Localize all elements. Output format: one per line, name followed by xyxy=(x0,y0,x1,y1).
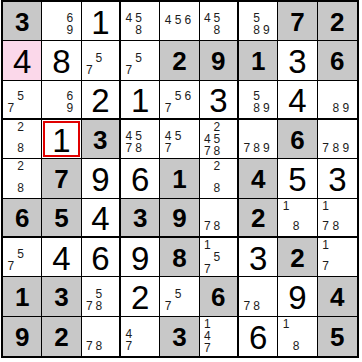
given-digit: 2 xyxy=(172,48,186,74)
cell-r2c9[interactable]: 6 xyxy=(318,41,357,80)
candidate-digit: 4 xyxy=(163,14,173,26)
candidate-digit: 8 xyxy=(134,142,144,154)
given-digit: 7 xyxy=(54,166,68,192)
candidate-digit: 7 xyxy=(163,102,173,114)
entered-digit: 9 xyxy=(131,242,149,275)
given-digit: 9 xyxy=(15,324,29,350)
cell-r8c2[interactable]: 3 xyxy=(42,277,81,316)
entered-digit: 4 xyxy=(91,202,109,235)
cell-r8c8[interactable]: 9 xyxy=(278,277,317,316)
entered-digit: 2 xyxy=(91,84,109,117)
cell-r5c8[interactable]: 5 xyxy=(278,159,317,198)
cell-r1c9[interactable]: 2 xyxy=(318,2,357,41)
entered-digit: 1 xyxy=(52,124,70,157)
cell-r2c7[interactable]: 1 xyxy=(239,41,278,80)
candidate-digit: 5 xyxy=(134,52,144,64)
cell-r1c5[interactable]: 456 xyxy=(160,2,199,41)
cell-r2c8[interactable]: 3 xyxy=(278,41,317,80)
cell-r3c2[interactable]: 69 xyxy=(42,81,81,120)
candidate-grid: 18 xyxy=(278,199,316,236)
cell-r9c7[interactable]: 6 xyxy=(239,317,278,356)
entered-digit: 2 xyxy=(131,281,149,314)
cell-r3c3[interactable]: 2 xyxy=(82,81,121,120)
candidate-grid: 57 xyxy=(160,277,198,315)
candidate-digit: 9 xyxy=(65,102,75,114)
candidate-grid: 456 xyxy=(160,2,198,40)
given-digit: 2 xyxy=(330,9,344,35)
candidate-grid: 457 xyxy=(160,120,198,158)
candidate-grid: 57 xyxy=(3,81,41,118)
entered-digit: 1 xyxy=(91,6,109,39)
entered-digit: 3 xyxy=(328,163,346,196)
candidate-digit: 8 xyxy=(331,142,341,154)
candidate-digit: 8 xyxy=(94,340,103,352)
cell-r3c6[interactable]: 3 xyxy=(200,81,239,120)
candidate-grid: 458 xyxy=(121,2,159,40)
candidate-digit: 5 xyxy=(173,288,183,300)
entered-digit: 6 xyxy=(91,242,109,275)
candidate-grid: 28 xyxy=(3,159,41,197)
candidate-digit: 7 xyxy=(163,300,173,312)
candidate-digit: 8 xyxy=(252,102,262,114)
candidate-grid: 69 xyxy=(42,81,80,118)
candidate-digit: 9 xyxy=(262,24,272,36)
candidate-digit: 6 xyxy=(183,14,193,26)
candidate-digit: 7 xyxy=(85,340,94,352)
given-digit: 4 xyxy=(251,166,265,192)
candidate-digit: 7 xyxy=(321,220,331,232)
candidate-grid: 589 xyxy=(239,2,277,40)
candidate-digit: 8 xyxy=(252,142,262,154)
candidate-grid: 28 xyxy=(200,159,237,197)
cell-r9c1[interactable]: 9 xyxy=(3,317,42,356)
candidate-digit: 8 xyxy=(252,300,262,312)
given-digit: 8 xyxy=(172,245,186,271)
cell-r9c5[interactable]: 3 xyxy=(160,317,199,356)
candidate-digit: 7 xyxy=(242,300,252,312)
cell-r4c2[interactable]: 1 xyxy=(42,120,81,159)
given-digit: 5 xyxy=(330,324,344,350)
candidate-digit: 5 xyxy=(173,130,183,142)
cell-r6c4[interactable]: 3 xyxy=(121,199,160,238)
candidate-digit: 5 xyxy=(173,90,183,102)
sudoku-board: 3691458456458589724857572913657692156735… xyxy=(1,0,359,358)
candidate-digit: 4 xyxy=(124,12,134,24)
candidate-digit: 1 xyxy=(321,239,331,251)
cell-r5c9[interactable]: 3 xyxy=(318,159,357,198)
candidate-digit: 8 xyxy=(16,182,26,194)
cell-r1c8[interactable]: 7 xyxy=(278,2,317,41)
cell-r5c2[interactable]: 7 xyxy=(42,159,81,198)
given-digit: 6 xyxy=(211,284,225,310)
given-digit: 3 xyxy=(133,205,147,231)
candidate-digit: 8 xyxy=(212,220,221,232)
candidate-grid: 24578 xyxy=(200,120,237,158)
cell-r2c4[interactable]: 57 xyxy=(121,41,160,80)
candidate-grid: 589 xyxy=(239,81,277,118)
candidate-grid: 57 xyxy=(121,41,159,79)
candidate-digit: 8 xyxy=(252,24,262,36)
candidate-digit: 7 xyxy=(124,142,134,154)
candidate-digit: 8 xyxy=(212,145,221,157)
candidate-digit: 9 xyxy=(262,102,272,114)
cell-r8c7[interactable]: 78 xyxy=(239,277,278,316)
candidate-grid: 89 xyxy=(318,81,357,118)
candidate-digit: 9 xyxy=(341,102,351,114)
cell-r7c6[interactable]: 157 xyxy=(200,238,239,277)
entered-digit: 5 xyxy=(288,163,306,196)
cell-r7c8[interactable]: 2 xyxy=(278,238,317,277)
cell-r9c6[interactable]: 147 xyxy=(200,317,239,356)
cell-r4c5[interactable]: 457 xyxy=(160,120,199,159)
cell-r3c4[interactable]: 1 xyxy=(121,81,160,120)
cell-r6c1[interactable]: 6 xyxy=(3,199,42,238)
candidate-digit: 5 xyxy=(94,52,103,64)
candidate-digit: 9 xyxy=(65,24,75,36)
given-digit: 5 xyxy=(54,205,68,231)
cell-r2c5[interactable]: 2 xyxy=(160,41,199,80)
given-digit: 6 xyxy=(330,48,344,74)
cell-r9c3[interactable]: 78 xyxy=(82,317,121,356)
candidate-digit: 2 xyxy=(16,160,26,172)
cell-r8c9[interactable]: 4 xyxy=(318,277,357,316)
cell-r1c2[interactable]: 69 xyxy=(42,2,81,41)
candidate-digit: 7 xyxy=(321,142,331,154)
candidate-digit: 7 xyxy=(124,64,134,76)
entered-digit: 3 xyxy=(288,45,306,78)
cell-r1c7[interactable]: 589 xyxy=(239,2,278,41)
cell-r5c3[interactable]: 9 xyxy=(82,159,121,198)
candidate-digit: 8 xyxy=(134,24,144,36)
candidate-digit: 1 xyxy=(321,200,331,212)
cell-r6c9[interactable]: 178 xyxy=(318,199,357,238)
candidate-grid: 28 xyxy=(3,120,41,158)
cell-r4c8[interactable]: 6 xyxy=(278,120,317,159)
entered-digit: 6 xyxy=(249,321,267,354)
candidate-digit: 7 xyxy=(242,142,252,154)
given-digit: 6 xyxy=(290,127,304,153)
cell-r8c4[interactable]: 2 xyxy=(121,277,160,316)
given-digit: 2 xyxy=(290,245,304,271)
cell-r1c3[interactable]: 1 xyxy=(82,2,121,41)
cell-r8c3[interactable]: 578 xyxy=(82,277,121,316)
given-digit: 3 xyxy=(54,284,68,310)
entered-digit: 9 xyxy=(288,281,306,314)
candidate-digit: 5 xyxy=(94,288,103,300)
candidate-digit: 8 xyxy=(16,142,26,154)
cell-r6c3[interactable]: 4 xyxy=(82,199,121,238)
candidate-digit: 2 xyxy=(16,121,26,133)
cell-r5c4[interactable]: 6 xyxy=(121,159,160,198)
cell-r8c6[interactable]: 6 xyxy=(200,277,239,316)
candidate-grid: 57 xyxy=(3,238,41,276)
cell-r7c9[interactable]: 17 xyxy=(318,238,357,277)
candidate-digit: 1 xyxy=(203,318,212,330)
given-digit: 1 xyxy=(15,284,29,310)
candidate-grid: 78 xyxy=(239,277,277,315)
candidate-digit: 7 xyxy=(6,102,16,114)
cell-r4c4[interactable]: 4578 xyxy=(121,120,160,159)
candidate-grid: 78 xyxy=(200,199,237,236)
cell-r2c3[interactable]: 57 xyxy=(82,41,121,80)
cell-r7c1[interactable]: 57 xyxy=(3,238,42,277)
cell-r9c8[interactable]: 18 xyxy=(278,317,317,356)
candidate-grid: 157 xyxy=(200,238,237,276)
cell-r8c1[interactable]: 1 xyxy=(3,277,42,316)
given-digit: 3 xyxy=(15,9,29,35)
candidate-grid: 47 xyxy=(121,317,159,356)
candidate-digit: 8 xyxy=(331,220,341,232)
candidate-digit: 7 xyxy=(163,142,173,154)
cell-r5c1[interactable]: 28 xyxy=(3,159,42,198)
candidate-digit: 5 xyxy=(212,251,221,263)
cell-r6c2[interactable]: 5 xyxy=(42,199,81,238)
cell-r3c9[interactable]: 89 xyxy=(318,81,357,120)
cell-r2c6[interactable]: 9 xyxy=(200,41,239,80)
candidate-digit: 7 xyxy=(203,263,212,275)
given-digit: 4 xyxy=(330,284,344,310)
cell-r7c4[interactable]: 9 xyxy=(121,238,160,277)
given-digit: 9 xyxy=(172,205,186,231)
cell-r1c1[interactable]: 3 xyxy=(3,2,42,41)
cell-r5c5[interactable]: 1 xyxy=(160,159,199,198)
cell-r9c9[interactable]: 5 xyxy=(318,317,357,356)
cell-r4c6[interactable]: 24578 xyxy=(200,120,239,159)
candidate-digit: 5 xyxy=(173,14,183,26)
candidate-grid: 69 xyxy=(42,2,80,40)
candidate-grid: 4578 xyxy=(121,120,159,158)
cell-r3c5[interactable]: 567 xyxy=(160,81,199,120)
entered-digit: 4 xyxy=(13,45,31,78)
given-digit: 2 xyxy=(251,205,265,231)
cell-r7c5[interactable]: 8 xyxy=(160,238,199,277)
candidate-digit: 6 xyxy=(183,90,193,102)
entered-digit: 4 xyxy=(288,84,306,117)
candidate-digit: 1 xyxy=(203,239,212,251)
candidate-digit: 7 xyxy=(203,220,212,232)
candidate-grid: 789 xyxy=(318,120,357,158)
candidate-digit: 5 xyxy=(16,90,26,102)
given-digit: 2 xyxy=(54,324,68,350)
cell-r5c7[interactable]: 4 xyxy=(239,159,278,198)
entered-digit: 4 xyxy=(52,242,70,275)
candidate-digit: 4 xyxy=(203,12,212,24)
candidate-grid: 17 xyxy=(318,238,357,276)
candidate-grid: 18 xyxy=(278,317,316,356)
candidate-digit: 7 xyxy=(85,300,94,312)
candidate-grid: 78 xyxy=(82,317,119,356)
cell-r7c3[interactable]: 6 xyxy=(82,238,121,277)
cell-r7c7[interactable]: 3 xyxy=(239,238,278,277)
candidate-digit: 8 xyxy=(291,220,301,232)
cell-r1c6[interactable]: 458 xyxy=(200,2,239,41)
candidate-digit: 1 xyxy=(281,318,291,330)
cell-r4c3[interactable]: 3 xyxy=(82,120,121,159)
entered-digit: 1 xyxy=(131,84,149,117)
candidate-grid: 567 xyxy=(160,81,198,118)
candidate-digit: 7 xyxy=(85,64,94,76)
cell-r9c4[interactable]: 47 xyxy=(121,317,160,356)
entered-digit: 8 xyxy=(52,45,70,78)
candidate-digit: 5 xyxy=(16,248,26,260)
candidate-digit: 8 xyxy=(212,24,221,36)
cell-r6c7[interactable]: 2 xyxy=(239,199,278,238)
cell-r2c2[interactable]: 8 xyxy=(42,41,81,80)
cell-r6c5[interactable]: 9 xyxy=(160,199,199,238)
given-digit: 3 xyxy=(93,127,107,153)
candidate-digit: 9 xyxy=(341,142,351,154)
candidate-digit: 7 xyxy=(203,342,212,354)
candidate-grid: 57 xyxy=(82,41,119,79)
cell-r6c6[interactable]: 78 xyxy=(200,199,239,238)
candidate-digit: 7 xyxy=(321,260,331,272)
candidate-digit: 8 xyxy=(94,300,103,312)
given-digit: 6 xyxy=(15,205,29,231)
cell-r3c1[interactable]: 57 xyxy=(3,81,42,120)
candidate-digit: 8 xyxy=(212,182,221,194)
cell-r3c7[interactable]: 589 xyxy=(239,81,278,120)
candidate-digit: 1 xyxy=(281,200,291,212)
candidate-grid: 147 xyxy=(200,317,237,356)
cell-r4c7[interactable]: 789 xyxy=(239,120,278,159)
entered-digit: 6 xyxy=(131,163,149,196)
given-digit: 1 xyxy=(172,166,186,192)
cell-r3c8[interactable]: 4 xyxy=(278,81,317,120)
candidate-digit: 7 xyxy=(6,260,16,272)
cell-r8c5[interactable]: 57 xyxy=(160,277,199,316)
candidate-digit: 9 xyxy=(262,142,272,154)
candidate-digit: 4 xyxy=(203,330,212,342)
candidate-grid: 578 xyxy=(82,277,119,315)
entered-digit: 9 xyxy=(91,163,109,196)
cell-r4c9[interactable]: 789 xyxy=(318,120,357,159)
entered-digit: 3 xyxy=(209,84,227,117)
candidate-digit: 8 xyxy=(291,340,301,352)
candidate-digit: 8 xyxy=(331,102,341,114)
cell-r5c6[interactable]: 28 xyxy=(200,159,239,198)
cell-r6c8[interactable]: 18 xyxy=(278,199,317,238)
cell-r2c1[interactable]: 4 xyxy=(3,41,42,80)
candidate-grid: 789 xyxy=(239,120,277,158)
given-digit: 9 xyxy=(211,48,225,74)
entered-digit: 3 xyxy=(249,242,267,275)
given-digit: 1 xyxy=(251,48,265,74)
candidate-digit: 2 xyxy=(212,160,221,172)
candidate-digit: 7 xyxy=(203,145,212,157)
cell-r7c2[interactable]: 4 xyxy=(42,238,81,277)
cell-r1c4[interactable]: 458 xyxy=(121,2,160,41)
cell-r4c1[interactable]: 28 xyxy=(3,120,42,159)
candidate-digit: 7 xyxy=(124,340,134,352)
candidate-grid: 458 xyxy=(200,2,237,40)
given-digit: 7 xyxy=(290,9,304,35)
candidate-grid: 178 xyxy=(318,199,357,236)
given-digit: 3 xyxy=(172,324,186,350)
cell-r9c2[interactable]: 2 xyxy=(42,317,81,356)
